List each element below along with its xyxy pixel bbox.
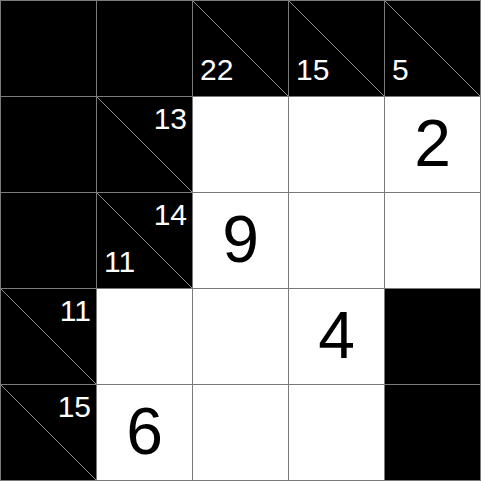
clue-cell-r3c0: 11 xyxy=(1,289,97,385)
block-cell-r0c1 xyxy=(97,1,193,97)
cell-value: 9 xyxy=(222,206,259,276)
kakuro-board: 2215513214119114156 xyxy=(0,0,481,481)
block-cell-r2c0 xyxy=(1,193,97,289)
empty-cell-r3c2[interactable] xyxy=(193,289,289,385)
empty-cell-r4c2[interactable] xyxy=(193,385,289,481)
value-cell-r2c2[interactable]: 9 xyxy=(193,193,289,289)
empty-cell-r1c2[interactable] xyxy=(193,97,289,193)
value-cell-r4c1[interactable]: 6 xyxy=(97,385,193,481)
across-clue: 15 xyxy=(58,392,91,422)
clue-cell-r0c3: 15 xyxy=(289,1,385,97)
empty-cell-r2c3[interactable] xyxy=(289,193,385,289)
clue-cell-r0c2: 22 xyxy=(193,1,289,97)
block-cell-r0c0 xyxy=(1,1,97,97)
across-clue: 14 xyxy=(154,200,187,230)
empty-cell-r1c3[interactable] xyxy=(289,97,385,193)
clue-cell-r4c0: 15 xyxy=(1,385,97,481)
down-clue: 22 xyxy=(200,55,233,85)
cell-value: 4 xyxy=(318,302,355,372)
clue-cell-r0c4: 5 xyxy=(385,1,481,97)
across-clue: 13 xyxy=(154,104,187,134)
empty-cell-r3c1[interactable] xyxy=(97,289,193,385)
cell-value: 2 xyxy=(414,110,451,180)
clue-cell-r1c1: 13 xyxy=(97,97,193,193)
block-cell-r3c4 xyxy=(385,289,481,385)
value-cell-r3c3[interactable]: 4 xyxy=(289,289,385,385)
clue-cell-r2c1: 1411 xyxy=(97,193,193,289)
empty-cell-r2c4[interactable] xyxy=(385,193,481,289)
down-clue: 15 xyxy=(296,55,329,85)
block-cell-r1c0 xyxy=(1,97,97,193)
across-clue: 11 xyxy=(60,296,91,326)
down-clue: 5 xyxy=(392,55,409,85)
cell-value: 6 xyxy=(126,398,163,468)
value-cell-r1c4[interactable]: 2 xyxy=(385,97,481,193)
down-clue: 11 xyxy=(104,247,135,277)
empty-cell-r4c3[interactable] xyxy=(289,385,385,481)
block-cell-r4c4 xyxy=(385,385,481,481)
